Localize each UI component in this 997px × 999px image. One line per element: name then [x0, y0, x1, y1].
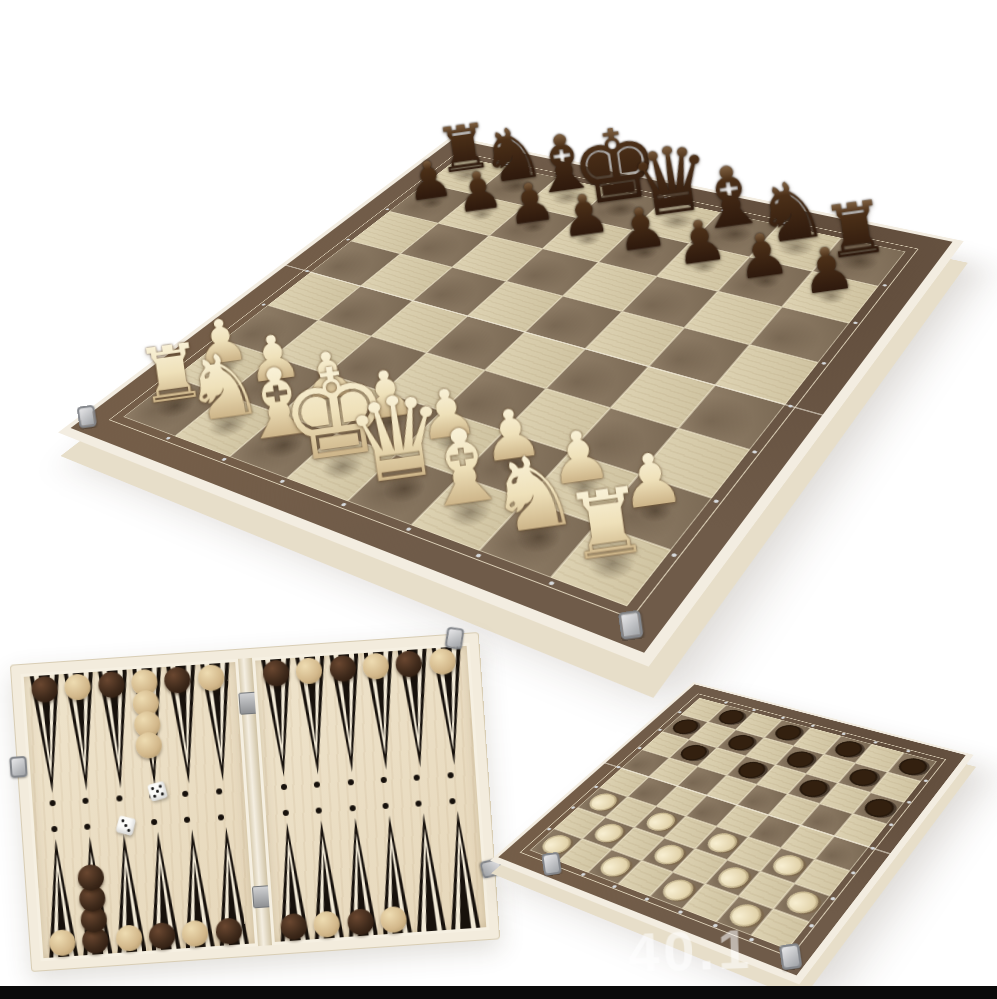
checkers-square[interactable] [801, 804, 853, 836]
point-dot [449, 798, 455, 804]
point-dot [414, 774, 420, 780]
point-dot [316, 807, 322, 813]
checkers-square[interactable] [748, 815, 801, 848]
point-dot [151, 819, 157, 825]
chess-square[interactable] [715, 345, 818, 405]
point-dot [83, 798, 89, 804]
clasp-icon [779, 943, 803, 971]
point-dot [184, 817, 190, 823]
clasp-icon [9, 756, 27, 778]
point-dot [116, 795, 122, 801]
die-pip [124, 824, 128, 828]
clasp-icon [77, 405, 97, 429]
die-pip [158, 784, 162, 788]
point-dot [283, 810, 289, 816]
clasp-icon [618, 610, 644, 640]
backgammon-board [10, 632, 500, 972]
chess-piece-black-pawn[interactable]: ♟ [796, 237, 858, 304]
chess-square[interactable] [649, 328, 750, 385]
chess-square[interactable] [485, 332, 585, 389]
die-pip [127, 829, 131, 833]
chess-square[interactable] [546, 349, 649, 408]
point-dot [84, 824, 90, 830]
point-dot [447, 772, 453, 778]
point-dot [281, 784, 287, 790]
point-dot [416, 800, 422, 806]
point-dot [216, 788, 222, 794]
chess-board: ♜♟♟♜♞♟♟♞♝♟♟♝♚♟♟♚♛♟♟♛♝♟♟♝♞♟♟♞♜♟♟♜ [71, 139, 953, 653]
checkers-square[interactable] [815, 836, 869, 871]
product-photo: ♜♟♟♜♞♟♟♞♝♟♟♝♚♟♟♚♛♟♟♛♝♟♟♝♞♟♟♞♜♟♟♜ [0, 0, 997, 999]
clasp-icon [445, 627, 465, 650]
chess-square[interactable] [610, 367, 715, 429]
chess-square[interactable] [750, 307, 850, 363]
backgammon-point[interactable] [443, 810, 480, 930]
die-pip [156, 789, 160, 793]
chess-piece-white-rook[interactable]: ♜ [558, 473, 652, 575]
point-dot [349, 805, 355, 811]
point-dot [51, 826, 57, 832]
point-dot [49, 800, 55, 806]
watermark: 40.1 [627, 916, 754, 985]
chess-square[interactable] [678, 385, 785, 450]
point-dot [314, 781, 320, 787]
backgammon-point[interactable] [409, 812, 446, 932]
point-dot [182, 791, 188, 797]
die-pip [153, 794, 157, 798]
bottom-bar [0, 986, 997, 999]
checkers-square[interactable] [588, 850, 642, 885]
checkers-square[interactable] [834, 814, 887, 847]
die-pip [151, 787, 155, 791]
die-pip [121, 819, 125, 823]
point-dot [382, 803, 388, 809]
backgammon-right-panel [252, 643, 490, 946]
die-pip [161, 792, 165, 796]
point-dot [217, 814, 223, 820]
point-dot [381, 777, 387, 783]
backgammon-left-panel [21, 659, 259, 962]
clasp-icon [541, 852, 562, 876]
point-dot [347, 779, 353, 785]
